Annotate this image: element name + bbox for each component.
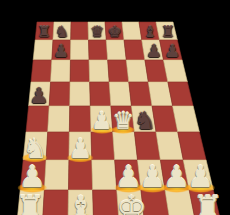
square-d6[interactable] <box>89 60 109 82</box>
square-c8[interactable] <box>71 22 89 40</box>
piece-white-king-e1[interactable]: ♚ <box>116 191 146 215</box>
square-a4[interactable] <box>26 106 49 132</box>
square-d5[interactable] <box>90 82 111 106</box>
square-b3[interactable] <box>46 132 69 160</box>
square-e5[interactable] <box>109 82 131 106</box>
square-d3[interactable] <box>91 132 115 160</box>
square-e7[interactable] <box>106 40 126 60</box>
square-e6[interactable] <box>108 60 129 82</box>
square-c5[interactable] <box>70 82 91 106</box>
piece-black-queen-d8[interactable]: ♛ <box>91 25 104 40</box>
square-h6[interactable] <box>164 60 188 82</box>
square-a6[interactable] <box>31 60 52 82</box>
square-f8[interactable] <box>122 22 142 40</box>
piece-black-knight-b8[interactable]: ♞ <box>55 25 68 40</box>
piece-black-pawn-g7[interactable]: ♟ <box>146 43 161 60</box>
square-b5[interactable] <box>49 82 70 106</box>
square-a7[interactable] <box>33 40 53 60</box>
piece-black-knight-f4[interactable]: ♞ <box>134 109 156 133</box>
piece-white-queen-e4[interactable]: ♛ <box>113 109 135 133</box>
square-b2[interactable] <box>44 160 69 190</box>
square-d2[interactable] <box>92 160 117 190</box>
square-f5[interactable] <box>129 82 152 106</box>
piece-white-rook-a1[interactable]: ♜ <box>15 191 45 215</box>
piece-black-king-e8[interactable]: ♚ <box>108 25 121 40</box>
piece-black-pawn-a5[interactable]: ♟ <box>30 86 49 107</box>
piece-black-pawn-h7[interactable]: ♟ <box>165 43 180 60</box>
square-d7[interactable] <box>88 40 107 60</box>
square-c2[interactable] <box>68 160 92 190</box>
square-c4[interactable] <box>69 106 91 132</box>
square-c7[interactable] <box>70 40 89 60</box>
square-f6[interactable] <box>126 60 148 82</box>
square-c6[interactable] <box>70 60 90 82</box>
piece-black-pawn-b7[interactable]: ♟ <box>54 43 69 60</box>
piece-white-knight-a3[interactable]: ♞ <box>23 135 47 162</box>
piece-black-bishop-g8[interactable]: ♝ <box>144 25 157 40</box>
square-e3[interactable] <box>113 132 138 160</box>
piece-white-pawn-d4[interactable]: ♟ <box>91 109 113 133</box>
piece-black-rook-h8[interactable]: ♜ <box>161 25 174 40</box>
square-h5[interactable] <box>168 82 193 106</box>
piece-white-rook-h1[interactable]: ♜ <box>193 191 223 215</box>
square-f7[interactable] <box>124 40 145 60</box>
piece-white-bishop-c1[interactable]: ♝ <box>65 191 95 215</box>
square-b6[interactable] <box>51 60 71 82</box>
piece-black-rook-a8[interactable]: ♜ <box>38 25 51 40</box>
chess-app-stage: ♜♞♛♚♝♜♟♟♟♟♞♟♛♞♟♟♟♟♟♟♜♝♚♜ <box>0 0 230 215</box>
piece-white-pawn-g2[interactable]: ♟ <box>163 162 190 192</box>
square-b4[interactable] <box>48 106 70 132</box>
piece-white-pawn-c3[interactable]: ♟ <box>68 135 92 162</box>
